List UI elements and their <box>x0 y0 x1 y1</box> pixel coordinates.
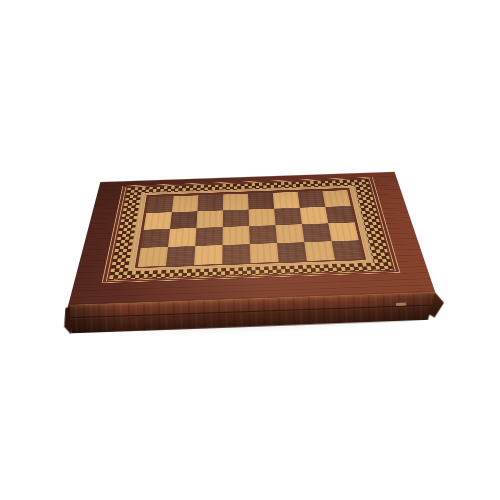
board-square <box>138 247 168 267</box>
board-square <box>195 227 222 246</box>
chess-box <box>0 0 500 500</box>
mosaic-inlay-border <box>109 179 393 279</box>
board-square <box>197 194 223 211</box>
box-left-end <box>63 306 71 334</box>
board-square <box>170 211 197 229</box>
board-square <box>141 229 170 248</box>
product-photo-scene <box>0 0 500 500</box>
board-square <box>277 242 307 262</box>
latch-mark <box>396 303 406 306</box>
board-square <box>250 243 279 263</box>
board-square <box>223 226 250 245</box>
board-square <box>166 246 195 266</box>
board-square <box>248 193 274 210</box>
board-square <box>328 222 358 241</box>
board-square <box>273 192 300 209</box>
board-square <box>304 241 335 261</box>
board-square <box>168 228 196 247</box>
board-square <box>298 191 326 208</box>
chessboard <box>138 190 363 267</box>
board-square <box>249 208 276 226</box>
box-lid-top <box>68 172 436 307</box>
board-square <box>194 245 222 265</box>
lid-seam <box>68 305 436 320</box>
board-square <box>196 210 223 228</box>
board-square <box>249 225 277 244</box>
board-square <box>300 207 329 225</box>
board-square <box>222 244 250 264</box>
pinstripe-frame <box>128 185 374 271</box>
board-square <box>325 206 354 224</box>
board-square <box>172 195 199 212</box>
board-square <box>322 190 350 207</box>
board-square <box>223 194 249 211</box>
board-square <box>274 208 302 226</box>
board-square <box>223 209 249 227</box>
board-square <box>302 223 332 242</box>
board-square <box>332 240 364 260</box>
board-square <box>276 224 305 243</box>
board-square <box>146 196 173 213</box>
board-square <box>144 212 172 230</box>
